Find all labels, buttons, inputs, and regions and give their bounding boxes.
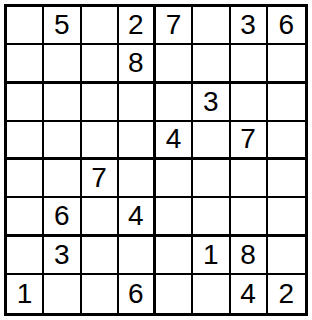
sudoku-cell-r8c7[interactable]: 4 xyxy=(231,275,268,313)
given-digit: 7 xyxy=(240,125,256,153)
sudoku-cell-r1c1[interactable] xyxy=(7,7,44,45)
sudoku-cell-r8c6[interactable] xyxy=(193,275,230,313)
sudoku-cell-r4c4[interactable] xyxy=(119,122,156,160)
sudoku-cell-r7c1[interactable] xyxy=(7,237,44,275)
sudoku-cell-r6c2[interactable]: 6 xyxy=(44,198,81,236)
given-digit: 7 xyxy=(91,164,107,192)
given-digit: 1 xyxy=(17,280,33,308)
given-digit: 4 xyxy=(240,280,256,308)
sudoku-cell-r2c2[interactable] xyxy=(44,45,81,83)
sudoku-cell-r1c3[interactable] xyxy=(82,7,119,45)
given-digit: 1 xyxy=(203,241,219,269)
sudoku-cell-r8c8[interactable]: 2 xyxy=(268,275,305,313)
given-digit: 6 xyxy=(128,280,144,308)
given-digit: 7 xyxy=(166,11,182,39)
given-digit: 4 xyxy=(128,202,144,230)
given-digit: 8 xyxy=(240,241,256,269)
sudoku-cell-r2c7[interactable] xyxy=(231,45,268,83)
sudoku-cell-r1c8[interactable]: 6 xyxy=(268,7,305,45)
sudoku-cell-r8c2[interactable] xyxy=(44,275,81,313)
sudoku-cell-r1c5[interactable]: 7 xyxy=(156,7,193,45)
given-digit: 3 xyxy=(240,11,256,39)
sudoku-cell-r8c5[interactable] xyxy=(156,275,193,313)
sudoku-cell-r3c2[interactable] xyxy=(44,84,81,122)
sudoku-cell-r4c5[interactable]: 4 xyxy=(156,122,193,160)
sudoku-cell-r5c5[interactable] xyxy=(156,160,193,198)
sudoku-cell-r1c4[interactable]: 2 xyxy=(119,7,156,45)
sudoku-cell-r3c7[interactable] xyxy=(231,84,268,122)
sudoku-cell-r4c3[interactable] xyxy=(82,122,119,160)
sudoku-cell-r7c5[interactable] xyxy=(156,237,193,275)
sudoku-cell-r6c4[interactable]: 4 xyxy=(119,198,156,236)
sudoku-cell-r5c3[interactable]: 7 xyxy=(82,160,119,198)
given-digit: 3 xyxy=(54,241,70,269)
sudoku-cell-r6c3[interactable] xyxy=(82,198,119,236)
sudoku-cell-r4c1[interactable] xyxy=(7,122,44,160)
sudoku-cell-r8c1[interactable]: 1 xyxy=(7,275,44,313)
sudoku-cell-r5c1[interactable] xyxy=(7,160,44,198)
sudoku-cell-r6c5[interactable] xyxy=(156,198,193,236)
given-digit: 2 xyxy=(128,11,144,39)
sudoku-cell-r4c8[interactable] xyxy=(268,122,305,160)
sudoku-cell-r5c8[interactable] xyxy=(268,160,305,198)
sudoku-board: 5273683477643181642 xyxy=(4,4,308,316)
sudoku-cell-r6c1[interactable] xyxy=(7,198,44,236)
sudoku-cell-r4c6[interactable] xyxy=(193,122,230,160)
sudoku-cell-r2c4[interactable]: 8 xyxy=(119,45,156,83)
sudoku-cell-r1c7[interactable]: 3 xyxy=(231,7,268,45)
sudoku-cell-r5c4[interactable] xyxy=(119,160,156,198)
given-digit: 5 xyxy=(54,11,70,39)
sudoku-cell-r1c6[interactable] xyxy=(193,7,230,45)
sudoku-cell-r7c3[interactable] xyxy=(82,237,119,275)
sudoku-cell-r3c3[interactable] xyxy=(82,84,119,122)
sudoku-cell-r6c6[interactable] xyxy=(193,198,230,236)
sudoku-cell-r3c5[interactable] xyxy=(156,84,193,122)
sudoku-cell-r7c8[interactable] xyxy=(268,237,305,275)
given-digit: 2 xyxy=(279,280,295,308)
given-digit: 6 xyxy=(54,202,70,230)
sudoku-cell-r7c2[interactable]: 3 xyxy=(44,237,81,275)
sudoku-cell-r2c5[interactable] xyxy=(156,45,193,83)
given-digit: 6 xyxy=(279,11,295,39)
sudoku-cell-r3c4[interactable] xyxy=(119,84,156,122)
sudoku-cell-r7c6[interactable]: 1 xyxy=(193,237,230,275)
given-digit: 4 xyxy=(166,125,182,153)
sudoku-cell-r3c8[interactable] xyxy=(268,84,305,122)
sudoku-cell-r6c8[interactable] xyxy=(268,198,305,236)
sudoku-cell-r5c2[interactable] xyxy=(44,160,81,198)
sudoku-cell-r7c7[interactable]: 8 xyxy=(231,237,268,275)
sudoku-cell-r3c1[interactable] xyxy=(7,84,44,122)
sudoku-cell-r6c7[interactable] xyxy=(231,198,268,236)
given-digit: 8 xyxy=(128,49,144,77)
sudoku-cell-r4c7[interactable]: 7 xyxy=(231,122,268,160)
sudoku-cell-r3c6[interactable]: 3 xyxy=(193,84,230,122)
sudoku-cell-r7c4[interactable] xyxy=(119,237,156,275)
sudoku-cell-r8c4[interactable]: 6 xyxy=(119,275,156,313)
sudoku-cell-r2c6[interactable] xyxy=(193,45,230,83)
sudoku-cell-r8c3[interactable] xyxy=(82,275,119,313)
sudoku-cell-r1c2[interactable]: 5 xyxy=(44,7,81,45)
sudoku-cell-r2c1[interactable] xyxy=(7,45,44,83)
given-digit: 3 xyxy=(203,88,219,116)
sudoku-cell-r5c7[interactable] xyxy=(231,160,268,198)
sudoku-cell-r2c8[interactable] xyxy=(268,45,305,83)
sudoku-cell-r5c6[interactable] xyxy=(193,160,230,198)
sudoku-cell-r4c2[interactable] xyxy=(44,122,81,160)
sudoku-cell-r2c3[interactable] xyxy=(82,45,119,83)
